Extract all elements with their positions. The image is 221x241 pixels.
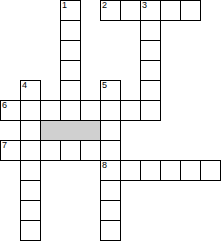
crossword-cell-r5c5[interactable] — [100, 100, 121, 121]
crossword-cell-r0c5[interactable] — [100, 0, 121, 21]
crossword-cell-r3c7[interactable] — [140, 60, 161, 81]
crossword-cell-r5c4[interactable] — [80, 100, 101, 121]
crossword-cell-r8c9[interactable] — [180, 160, 201, 181]
crossword-cell-r4c7[interactable] — [140, 80, 161, 101]
crossword-cell-r2c7[interactable] — [140, 40, 161, 61]
crossword-cell-r5c6[interactable] — [120, 100, 141, 121]
crossword-cell-r9c5[interactable] — [100, 180, 121, 201]
crossword-cell-r8c10[interactable] — [200, 160, 221, 181]
crossword-cell-r0c7[interactable] — [140, 0, 161, 21]
crossword-board: 12345678 — [0, 0, 221, 241]
crossword-cell-r9c1[interactable] — [20, 180, 41, 201]
crossword-cell-r10c5[interactable] — [100, 200, 121, 221]
crossword-cell-r0c6[interactable] — [120, 0, 141, 21]
crossword-cell-r10c1[interactable] — [20, 200, 41, 221]
crossword-cell-r7c0[interactable] — [0, 140, 21, 161]
crossword-cell-r0c9[interactable] — [180, 0, 201, 21]
crossword-cell-r8c5[interactable] — [100, 160, 121, 181]
crossword-cell-r5c1[interactable] — [20, 100, 41, 121]
crossword-cell-r8c1[interactable] — [20, 160, 41, 181]
crossword-cell-r1c3[interactable] — [60, 20, 81, 41]
crossword-cell-r3c3[interactable] — [60, 60, 81, 81]
crossword-cell-r7c3[interactable] — [60, 140, 81, 161]
crossword-cell-r7c5[interactable] — [100, 140, 121, 161]
crossword-cell-r2c3[interactable] — [60, 40, 81, 61]
crossword-cell-r4c5[interactable] — [100, 80, 121, 101]
crossword-cell-r8c8[interactable] — [160, 160, 181, 181]
crossword-cell-r8c7[interactable] — [140, 160, 161, 181]
crossword-cell-r11c5[interactable] — [100, 220, 121, 241]
crossword-cell-r7c2[interactable] — [40, 140, 61, 161]
crossword-cell-r7c4[interactable] — [80, 140, 101, 161]
crossword-cell-r7c1[interactable] — [20, 140, 41, 161]
crossword-cell-r1c7[interactable] — [140, 20, 161, 41]
crossword-cell-r4c3[interactable] — [60, 80, 81, 101]
crossword-cell-r5c3[interactable] — [60, 100, 81, 121]
crossword-cell-r6c5[interactable] — [100, 120, 121, 141]
crossword-cell-r4c1[interactable] — [20, 80, 41, 101]
crossword-cell-r5c7[interactable] — [140, 100, 161, 121]
crossword-cell-r6c1[interactable] — [20, 120, 41, 141]
shaded-word-block[interactable] — [40, 120, 101, 141]
crossword-cell-r5c0[interactable] — [0, 100, 21, 121]
crossword-cell-r11c1[interactable] — [20, 220, 41, 241]
crossword-cell-r5c2[interactable] — [40, 100, 61, 121]
crossword-cell-r0c3[interactable] — [60, 0, 81, 21]
crossword-cell-r0c8[interactable] — [160, 0, 181, 21]
crossword-cell-r8c6[interactable] — [120, 160, 141, 181]
